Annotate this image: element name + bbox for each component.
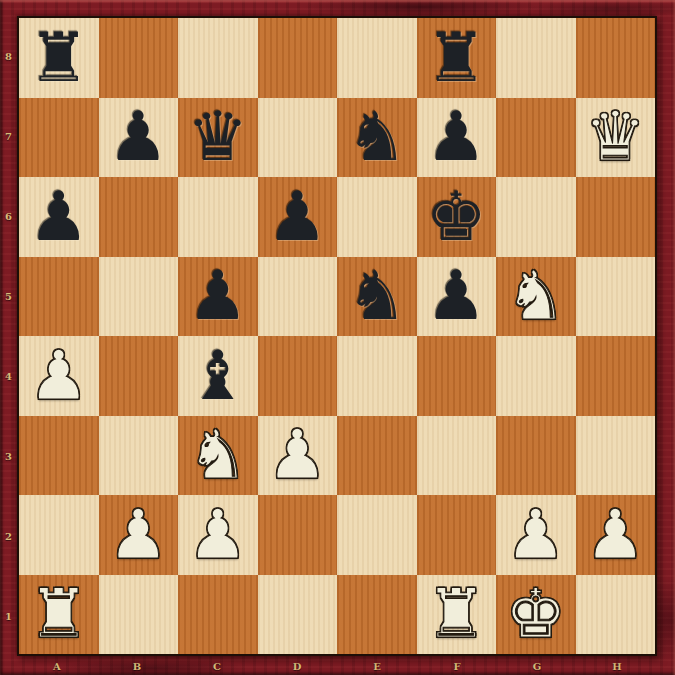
file-label-d: D bbox=[257, 657, 337, 675]
square-d4[interactable] bbox=[258, 336, 338, 416]
rank-label-6: 6 bbox=[0, 176, 17, 256]
piece-black-knight[interactable]: ♞ bbox=[346, 98, 407, 176]
square-d1[interactable] bbox=[258, 575, 338, 655]
piece-white-knight[interactable]: ♞ bbox=[505, 257, 566, 335]
square-e1[interactable] bbox=[337, 575, 417, 655]
rank-label-5: 5 bbox=[0, 256, 17, 336]
rank-label-2: 2 bbox=[0, 496, 17, 576]
chessboard-app: 87654321 ABCDEFGH ♜♜♟♛♞♟♛♟♟♚♟♞♟♞♟♝♞♟♟♟♟♟… bbox=[0, 0, 675, 675]
square-h1[interactable] bbox=[576, 575, 656, 655]
piece-black-pawn[interactable]: ♟ bbox=[426, 257, 487, 335]
piece-black-rook[interactable]: ♜ bbox=[426, 19, 487, 97]
square-a2[interactable] bbox=[19, 495, 99, 575]
piece-black-pawn[interactable]: ♟ bbox=[108, 98, 169, 176]
square-g6[interactable] bbox=[496, 177, 576, 257]
square-e5[interactable]: ♞ bbox=[337, 257, 417, 337]
file-labels: ABCDEFGH bbox=[17, 657, 657, 675]
square-h2[interactable]: ♟ bbox=[576, 495, 656, 575]
piece-black-rook[interactable]: ♜ bbox=[28, 19, 89, 97]
piece-white-rook[interactable]: ♜ bbox=[426, 575, 487, 653]
square-a1[interactable]: ♜ bbox=[19, 575, 99, 655]
square-f2[interactable] bbox=[417, 495, 497, 575]
square-f8[interactable]: ♜ bbox=[417, 18, 497, 98]
square-a6[interactable]: ♟ bbox=[19, 177, 99, 257]
square-b2[interactable]: ♟ bbox=[99, 495, 179, 575]
piece-white-pawn[interactable]: ♟ bbox=[267, 416, 328, 494]
square-g8[interactable] bbox=[496, 18, 576, 98]
square-h6[interactable] bbox=[576, 177, 656, 257]
piece-white-pawn[interactable]: ♟ bbox=[585, 496, 646, 574]
piece-white-queen[interactable]: ♛ bbox=[585, 98, 646, 176]
file-label-h: H bbox=[577, 657, 657, 675]
square-c7[interactable]: ♛ bbox=[178, 98, 258, 178]
square-d8[interactable] bbox=[258, 18, 338, 98]
square-g3[interactable] bbox=[496, 416, 576, 496]
square-c4[interactable]: ♝ bbox=[178, 336, 258, 416]
square-h4[interactable] bbox=[576, 336, 656, 416]
square-h5[interactable] bbox=[576, 257, 656, 337]
square-d7[interactable] bbox=[258, 98, 338, 178]
square-c2[interactable]: ♟ bbox=[178, 495, 258, 575]
square-e8[interactable] bbox=[337, 18, 417, 98]
square-b3[interactable] bbox=[99, 416, 179, 496]
square-a3[interactable] bbox=[19, 416, 99, 496]
piece-black-queen[interactable]: ♛ bbox=[187, 98, 248, 176]
piece-black-knight[interactable]: ♞ bbox=[346, 257, 407, 335]
square-f7[interactable]: ♟ bbox=[417, 98, 497, 178]
piece-black-pawn[interactable]: ♟ bbox=[187, 257, 248, 335]
square-g4[interactable] bbox=[496, 336, 576, 416]
square-a5[interactable] bbox=[19, 257, 99, 337]
square-c1[interactable] bbox=[178, 575, 258, 655]
square-e3[interactable] bbox=[337, 416, 417, 496]
square-a4[interactable]: ♟ bbox=[19, 336, 99, 416]
square-h3[interactable] bbox=[576, 416, 656, 496]
square-f1[interactable]: ♜ bbox=[417, 575, 497, 655]
piece-white-pawn[interactable]: ♟ bbox=[505, 496, 566, 574]
piece-white-pawn[interactable]: ♟ bbox=[108, 496, 169, 574]
file-label-g: G bbox=[497, 657, 577, 675]
file-label-a: A bbox=[17, 657, 97, 675]
square-b1[interactable] bbox=[99, 575, 179, 655]
file-label-b: B bbox=[97, 657, 177, 675]
square-d2[interactable] bbox=[258, 495, 338, 575]
square-h8[interactable] bbox=[576, 18, 656, 98]
square-f5[interactable]: ♟ bbox=[417, 257, 497, 337]
piece-black-bishop[interactable]: ♝ bbox=[187, 337, 248, 415]
square-f4[interactable] bbox=[417, 336, 497, 416]
file-label-e: E bbox=[337, 657, 417, 675]
square-d6[interactable]: ♟ bbox=[258, 177, 338, 257]
square-e7[interactable]: ♞ bbox=[337, 98, 417, 178]
piece-black-pawn[interactable]: ♟ bbox=[426, 98, 487, 176]
square-d3[interactable]: ♟ bbox=[258, 416, 338, 496]
square-g2[interactable]: ♟ bbox=[496, 495, 576, 575]
square-e6[interactable] bbox=[337, 177, 417, 257]
rank-label-1: 1 bbox=[0, 576, 17, 656]
square-e4[interactable] bbox=[337, 336, 417, 416]
square-c8[interactable] bbox=[178, 18, 258, 98]
square-c3[interactable]: ♞ bbox=[178, 416, 258, 496]
square-b7[interactable]: ♟ bbox=[99, 98, 179, 178]
piece-black-pawn[interactable]: ♟ bbox=[267, 178, 328, 256]
square-g5[interactable]: ♞ bbox=[496, 257, 576, 337]
square-a7[interactable] bbox=[19, 98, 99, 178]
square-b5[interactable] bbox=[99, 257, 179, 337]
piece-white-king[interactable]: ♚ bbox=[505, 575, 566, 653]
piece-black-king[interactable]: ♚ bbox=[426, 178, 487, 256]
square-f3[interactable] bbox=[417, 416, 497, 496]
chess-board[interactable]: ♜♜♟♛♞♟♛♟♟♚♟♞♟♞♟♝♞♟♟♟♟♟♜♜♚ bbox=[17, 16, 657, 656]
square-h7[interactable]: ♛ bbox=[576, 98, 656, 178]
square-a8[interactable]: ♜ bbox=[19, 18, 99, 98]
square-e2[interactable] bbox=[337, 495, 417, 575]
rank-labels: 87654321 bbox=[0, 16, 17, 656]
rank-label-7: 7 bbox=[0, 96, 17, 176]
rank-label-3: 3 bbox=[0, 416, 17, 496]
square-c6[interactable] bbox=[178, 177, 258, 257]
piece-white-pawn[interactable]: ♟ bbox=[28, 337, 89, 415]
file-label-c: C bbox=[177, 657, 257, 675]
square-b6[interactable] bbox=[99, 177, 179, 257]
file-label-f: F bbox=[417, 657, 497, 675]
piece-white-pawn[interactable]: ♟ bbox=[187, 496, 248, 574]
square-g1[interactable]: ♚ bbox=[496, 575, 576, 655]
square-c5[interactable]: ♟ bbox=[178, 257, 258, 337]
piece-black-pawn[interactable]: ♟ bbox=[28, 178, 89, 256]
square-b8[interactable] bbox=[99, 18, 179, 98]
rank-label-4: 4 bbox=[0, 336, 17, 416]
square-g7[interactable] bbox=[496, 98, 576, 178]
square-d5[interactable] bbox=[258, 257, 338, 337]
square-b4[interactable] bbox=[99, 336, 179, 416]
square-f6[interactable]: ♚ bbox=[417, 177, 497, 257]
piece-white-rook[interactable]: ♜ bbox=[28, 575, 89, 653]
rank-label-8: 8 bbox=[0, 16, 17, 96]
piece-white-knight[interactable]: ♞ bbox=[187, 416, 248, 494]
